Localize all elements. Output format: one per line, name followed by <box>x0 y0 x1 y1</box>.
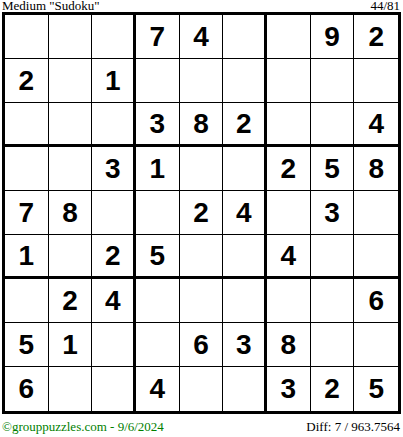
sudoku-cell-r3c3[interactable] <box>92 103 136 147</box>
sudoku-cell-r1c9[interactable]: 2 <box>354 15 398 59</box>
sudoku-cell-r7c6[interactable] <box>223 279 267 323</box>
sudoku-cell-r9c6[interactable] <box>223 367 267 411</box>
sudoku-cell-r9c5[interactable] <box>180 367 224 411</box>
sudoku-cell-r5c9[interactable] <box>354 191 398 235</box>
sudoku-cell-r1c4[interactable]: 7 <box>136 15 180 59</box>
sudoku-cell-r1c5[interactable]: 4 <box>180 15 224 59</box>
sudoku-cell-r8c3[interactable] <box>92 323 136 367</box>
copyright-text: ©grouppuzzles.com - 9/6/2024 <box>2 419 164 434</box>
sudoku-cell-r4c8[interactable]: 5 <box>311 147 355 191</box>
sudoku-cell-r7c3[interactable]: 4 <box>92 279 136 323</box>
sudoku-cell-r4c1[interactable] <box>5 147 49 191</box>
sudoku-cell-r4c5[interactable] <box>180 147 224 191</box>
sudoku-cell-r3c4[interactable]: 3 <box>136 103 180 147</box>
sudoku-cell-r1c3[interactable] <box>92 15 136 59</box>
sudoku-cell-r8c8[interactable] <box>311 323 355 367</box>
sudoku-cell-r3c7[interactable] <box>267 103 311 147</box>
sudoku-cell-r2c5[interactable] <box>180 59 224 103</box>
sudoku-cell-r1c2[interactable] <box>49 15 93 59</box>
sudoku-cell-r8c6[interactable]: 3 <box>223 323 267 367</box>
sudoku-cell-r4c2[interactable] <box>49 147 93 191</box>
sudoku-cell-r5c5[interactable]: 2 <box>180 191 224 235</box>
sudoku-cell-r9c1[interactable]: 6 <box>5 367 49 411</box>
sudoku-cell-r7c5[interactable] <box>180 279 224 323</box>
sudoku-cell-r9c7[interactable]: 3 <box>267 367 311 411</box>
sudoku-cell-r1c7[interactable] <box>267 15 311 59</box>
sudoku-cell-r7c1[interactable] <box>5 279 49 323</box>
sudoku-cell-r8c2[interactable]: 1 <box>49 323 93 367</box>
sudoku-cell-r2c4[interactable] <box>136 59 180 103</box>
sudoku-cell-r4c4[interactable]: 1 <box>136 147 180 191</box>
sudoku-cell-r4c3[interactable]: 3 <box>92 147 136 191</box>
sudoku-cell-r4c7[interactable]: 2 <box>267 147 311 191</box>
sudoku-cell-r2c7[interactable] <box>267 59 311 103</box>
sudoku-cell-r6c5[interactable] <box>180 235 224 279</box>
sudoku-cell-r2c9[interactable] <box>354 59 398 103</box>
sudoku-cell-r5c7[interactable] <box>267 191 311 235</box>
difficulty-text: Diff: 7 / 963.7564 <box>306 419 400 434</box>
sudoku-cell-r6c8[interactable] <box>311 235 355 279</box>
sudoku-page: Medium "Sudoku" 44/81 749221382431258782… <box>0 0 403 437</box>
sudoku-cell-r5c3[interactable] <box>92 191 136 235</box>
sudoku-cell-r7c7[interactable] <box>267 279 311 323</box>
sudoku-cell-r2c3[interactable]: 1 <box>92 59 136 103</box>
sudoku-cell-r5c4[interactable] <box>136 191 180 235</box>
sudoku-cell-r6c4[interactable]: 5 <box>136 235 180 279</box>
sudoku-board: 7492213824312587824312542465163864325 <box>2 12 401 414</box>
sudoku-cell-r9c3[interactable] <box>92 367 136 411</box>
sudoku-cell-r3c1[interactable] <box>5 103 49 147</box>
sudoku-cell-r6c6[interactable] <box>223 235 267 279</box>
sudoku-cell-r8c1[interactable]: 5 <box>5 323 49 367</box>
sudoku-cell-r7c9[interactable]: 6 <box>354 279 398 323</box>
sudoku-cell-r3c8[interactable] <box>311 103 355 147</box>
sudoku-cell-r5c2[interactable]: 8 <box>49 191 93 235</box>
sudoku-cell-r8c4[interactable] <box>136 323 180 367</box>
sudoku-cell-r5c6[interactable]: 4 <box>223 191 267 235</box>
sudoku-cell-r5c1[interactable]: 7 <box>5 191 49 235</box>
sudoku-cell-r6c2[interactable] <box>49 235 93 279</box>
sudoku-cell-r2c6[interactable] <box>223 59 267 103</box>
sudoku-cell-r7c8[interactable] <box>311 279 355 323</box>
sudoku-cell-r9c4[interactable]: 4 <box>136 367 180 411</box>
sudoku-cell-r1c1[interactable] <box>5 15 49 59</box>
sudoku-cell-r4c9[interactable]: 8 <box>354 147 398 191</box>
sudoku-cell-r8c7[interactable]: 8 <box>267 323 311 367</box>
sudoku-cell-r4c6[interactable] <box>223 147 267 191</box>
sudoku-cell-r9c9[interactable]: 5 <box>354 367 398 411</box>
sudoku-cell-r1c6[interactable] <box>223 15 267 59</box>
sudoku-cell-r9c8[interactable]: 2 <box>311 367 355 411</box>
sudoku-cell-r2c8[interactable] <box>311 59 355 103</box>
sudoku-cell-r2c1[interactable]: 2 <box>5 59 49 103</box>
sudoku-cell-r7c2[interactable]: 2 <box>49 279 93 323</box>
sudoku-cell-r6c3[interactable]: 2 <box>92 235 136 279</box>
sudoku-cell-r3c9[interactable]: 4 <box>354 103 398 147</box>
sudoku-cell-r6c7[interactable]: 4 <box>267 235 311 279</box>
sudoku-cell-r9c2[interactable] <box>49 367 93 411</box>
sudoku-cell-r2c2[interactable] <box>49 59 93 103</box>
sudoku-cell-r5c8[interactable]: 3 <box>311 191 355 235</box>
sudoku-cell-r3c2[interactable] <box>49 103 93 147</box>
sudoku-cell-r7c4[interactable] <box>136 279 180 323</box>
sudoku-cell-r3c5[interactable]: 8 <box>180 103 224 147</box>
sudoku-cell-r8c5[interactable]: 6 <box>180 323 224 367</box>
sudoku-cell-r1c8[interactable]: 9 <box>311 15 355 59</box>
sudoku-cell-r6c1[interactable]: 1 <box>5 235 49 279</box>
sudoku-cell-r8c9[interactable] <box>354 323 398 367</box>
sudoku-cell-r6c9[interactable] <box>354 235 398 279</box>
sudoku-cell-r3c6[interactable]: 2 <box>223 103 267 147</box>
